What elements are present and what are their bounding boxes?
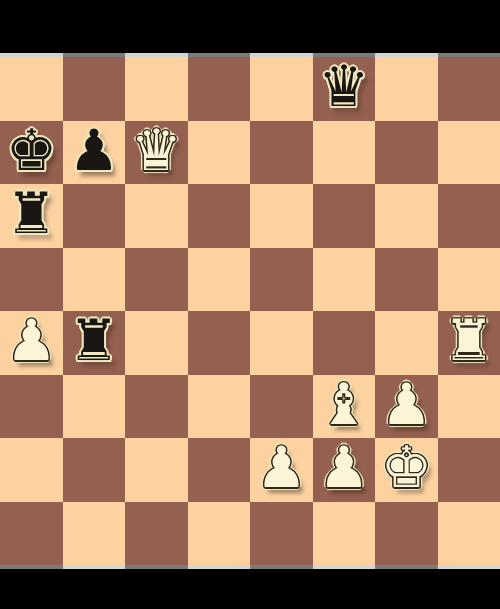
square-h1[interactable] <box>438 502 500 566</box>
piece-black-queen[interactable]: ♛ <box>318 58 369 115</box>
piece-black-rook[interactable]: ♜ <box>68 312 119 369</box>
square-c4[interactable] <box>125 311 188 375</box>
square-e5[interactable] <box>250 248 313 312</box>
square-a3[interactable] <box>0 375 63 439</box>
square-d1[interactable] <box>188 502 251 566</box>
square-c1[interactable] <box>125 502 188 566</box>
square-h5[interactable] <box>438 248 500 312</box>
square-a1[interactable] <box>0 502 63 566</box>
square-b4[interactable]: ♜ <box>63 311 126 375</box>
square-a6[interactable]: ♜ <box>0 184 63 248</box>
piece-white-pawn[interactable]: ♟ <box>381 376 432 433</box>
piece-white-king[interactable]: ♚ <box>381 439 432 496</box>
square-e7[interactable] <box>250 121 313 185</box>
square-c6[interactable] <box>125 184 188 248</box>
square-b2[interactable] <box>63 438 126 502</box>
square-d8[interactable] <box>188 57 251 121</box>
square-f2[interactable]: ♟ <box>313 438 376 502</box>
square-d4[interactable] <box>188 311 251 375</box>
square-h3[interactable] <box>438 375 500 439</box>
piece-black-king[interactable]: ♚ <box>6 122 57 179</box>
top-letterbox <box>0 0 500 53</box>
square-b3[interactable] <box>63 375 126 439</box>
square-b8[interactable] <box>63 57 126 121</box>
piece-black-pawn[interactable]: ♟ <box>68 122 119 179</box>
square-d5[interactable] <box>188 248 251 312</box>
square-g1[interactable] <box>375 502 438 566</box>
square-f1[interactable] <box>313 502 376 566</box>
square-e8[interactable] <box>250 57 313 121</box>
square-g4[interactable] <box>375 311 438 375</box>
square-a4[interactable]: ♟ <box>0 311 63 375</box>
square-a5[interactable] <box>0 248 63 312</box>
square-f3[interactable]: ♝ <box>313 375 376 439</box>
square-c7[interactable]: ♛ <box>125 121 188 185</box>
square-c5[interactable] <box>125 248 188 312</box>
square-h2[interactable] <box>438 438 500 502</box>
square-c8[interactable] <box>125 57 188 121</box>
square-a2[interactable] <box>0 438 63 502</box>
piece-black-rook[interactable]: ♜ <box>6 185 57 242</box>
square-b7[interactable]: ♟ <box>63 121 126 185</box>
square-e1[interactable] <box>250 502 313 566</box>
square-b6[interactable] <box>63 184 126 248</box>
square-e6[interactable] <box>250 184 313 248</box>
square-f7[interactable] <box>313 121 376 185</box>
piece-white-bishop[interactable]: ♝ <box>318 376 369 433</box>
square-h4[interactable]: ♜ <box>438 311 500 375</box>
square-f4[interactable] <box>313 311 376 375</box>
square-a7[interactable]: ♚ <box>0 121 63 185</box>
piece-white-queen[interactable]: ♛ <box>131 122 182 179</box>
piece-white-pawn[interactable]: ♟ <box>6 312 57 369</box>
square-e4[interactable] <box>250 311 313 375</box>
square-g5[interactable] <box>375 248 438 312</box>
square-h6[interactable] <box>438 184 500 248</box>
square-e3[interactable] <box>250 375 313 439</box>
square-f8[interactable]: ♛ <box>313 57 376 121</box>
square-g7[interactable] <box>375 121 438 185</box>
chess-app: ♛♚♟♛♜♟♜♜♝♟♟♟♚ <box>0 0 500 609</box>
square-b5[interactable] <box>63 248 126 312</box>
bottom-letterbox <box>0 569 500 609</box>
square-a8[interactable] <box>0 57 63 121</box>
piece-white-rook[interactable]: ♜ <box>443 312 494 369</box>
square-g8[interactable] <box>375 57 438 121</box>
square-f5[interactable] <box>313 248 376 312</box>
chess-board[interactable]: ♛♚♟♛♜♟♜♜♝♟♟♟♚ <box>0 57 500 565</box>
square-f6[interactable] <box>313 184 376 248</box>
square-d7[interactable] <box>188 121 251 185</box>
square-d2[interactable] <box>188 438 251 502</box>
square-b1[interactable] <box>63 502 126 566</box>
square-d6[interactable] <box>188 184 251 248</box>
square-c2[interactable] <box>125 438 188 502</box>
square-h8[interactable] <box>438 57 500 121</box>
square-g6[interactable] <box>375 184 438 248</box>
square-e2[interactable]: ♟ <box>250 438 313 502</box>
piece-white-pawn[interactable]: ♟ <box>256 439 307 496</box>
square-c3[interactable] <box>125 375 188 439</box>
square-d3[interactable] <box>188 375 251 439</box>
square-h7[interactable] <box>438 121 500 185</box>
piece-white-pawn[interactable]: ♟ <box>318 439 369 496</box>
square-g3[interactable]: ♟ <box>375 375 438 439</box>
square-g2[interactable]: ♚ <box>375 438 438 502</box>
